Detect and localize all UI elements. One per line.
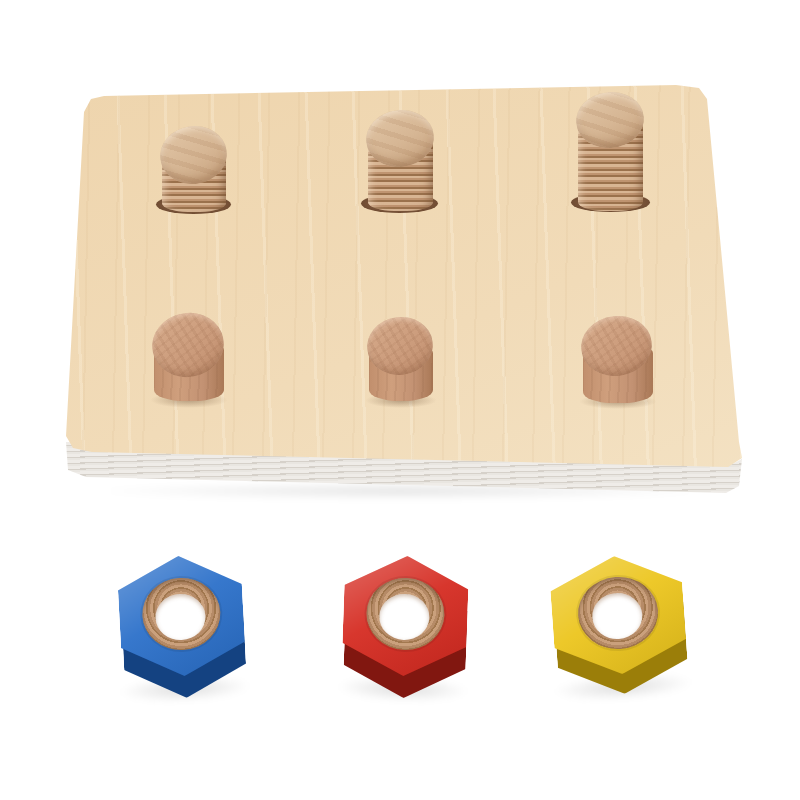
product-photo-scene (0, 0, 800, 800)
nut-yellow (548, 552, 689, 701)
nut-red (341, 554, 470, 700)
nut-blue (116, 553, 247, 701)
